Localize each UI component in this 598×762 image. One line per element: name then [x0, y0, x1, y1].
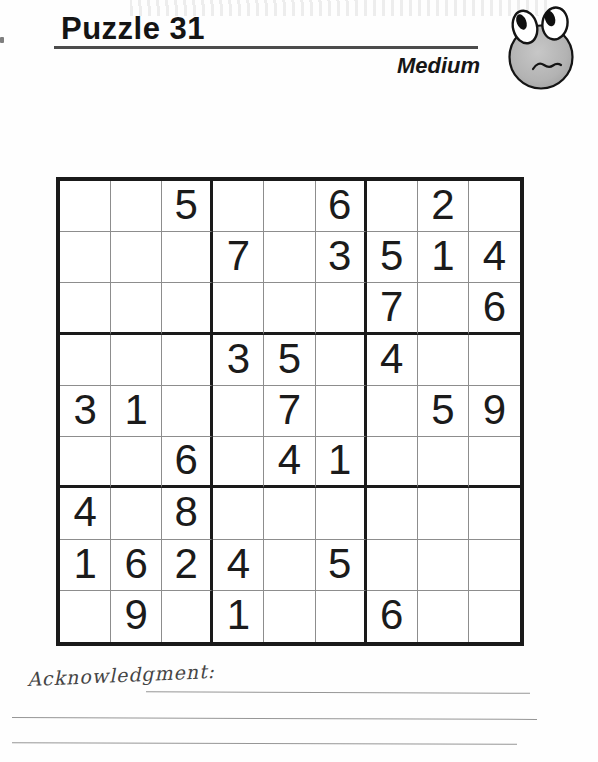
cell-r3c7: 7: [367, 283, 418, 334]
cell-r9c8: [418, 591, 469, 642]
given-digit: 1: [431, 235, 454, 277]
cell-r1c3: 5: [162, 181, 213, 232]
cell-r3c1: [60, 283, 111, 334]
given-digit: 5: [431, 389, 454, 431]
cell-r6c4: [213, 437, 264, 488]
cell-r9c7: 6: [367, 591, 418, 642]
cell-r5c3: [162, 386, 213, 437]
cell-r4c3: [162, 335, 213, 386]
cell-r5c8: 5: [418, 386, 469, 437]
cell-r4c1: [60, 335, 111, 386]
acknowledgment-label: Acknowledgment:: [27, 660, 216, 690]
cell-r7c2: [111, 488, 162, 539]
cell-r4c9: [469, 335, 520, 386]
given-digit: 6: [380, 594, 403, 636]
acknowledgment-fill-line: [146, 691, 530, 694]
cell-r5c4: [213, 386, 264, 437]
cell-r4c8: [418, 335, 469, 386]
page-title: Puzzle 31: [61, 11, 205, 47]
given-digit: 4: [278, 439, 301, 481]
cell-r3c5: [264, 283, 315, 334]
cell-r9c9: [469, 591, 520, 642]
cell-r8c4: 4: [213, 540, 264, 591]
given-digit: 2: [175, 543, 198, 585]
cell-r8c2: 6: [111, 540, 162, 591]
given-digit: 7: [278, 389, 301, 431]
cell-r4c5: 5: [264, 335, 315, 386]
given-digit: 7: [227, 235, 250, 277]
given-digit: 6: [483, 286, 506, 328]
cell-r7c8: [418, 488, 469, 539]
cell-r1c8: 2: [418, 181, 469, 232]
cell-r3c8: [418, 283, 469, 334]
difficulty-label: Medium: [330, 53, 480, 79]
given-digit: 3: [227, 338, 250, 380]
given-digit: 4: [73, 491, 96, 533]
given-digit: 1: [328, 439, 351, 481]
given-digit: 5: [175, 184, 198, 226]
cell-r1c1: [60, 181, 111, 232]
given-digit: 3: [73, 389, 96, 431]
cell-r3c3: [162, 283, 213, 334]
cell-r2c9: 4: [469, 232, 520, 283]
cell-r9c2: 9: [111, 591, 162, 642]
cell-r8c3: 2: [162, 540, 213, 591]
cell-r4c7: 4: [367, 335, 418, 386]
cell-r2c1: [60, 232, 111, 283]
cell-r2c5: [264, 232, 315, 283]
cell-r5c9: 9: [469, 386, 520, 437]
cell-r2c8: 1: [418, 232, 469, 283]
cell-r7c5: [264, 488, 315, 539]
cell-r8c9: [469, 540, 520, 591]
cell-r8c7: [367, 540, 418, 591]
scan-artifact-speck: [0, 37, 4, 43]
cell-r5c7: [367, 386, 418, 437]
cell-r4c4: 3: [213, 335, 264, 386]
given-digit: 5: [328, 543, 351, 585]
cell-r8c5: [264, 540, 315, 591]
given-digit: 9: [124, 594, 147, 636]
given-digit: 4: [227, 543, 250, 585]
cell-r7c6: [316, 488, 367, 539]
cell-r7c7: [367, 488, 418, 539]
given-digit: 9: [483, 389, 506, 431]
cell-r2c7: 5: [367, 232, 418, 283]
given-digit: 1: [73, 543, 96, 585]
cell-r6c8: [418, 437, 469, 488]
cell-r5c6: [316, 386, 367, 437]
given-digit: 2: [431, 184, 454, 226]
given-digit: 1: [124, 389, 147, 431]
cell-r8c8: [418, 540, 469, 591]
cell-r2c4: 7: [213, 232, 264, 283]
header-underline: [54, 46, 478, 49]
given-digit: 1: [227, 594, 250, 636]
cell-r5c2: 1: [111, 386, 162, 437]
cell-r9c4: 1: [213, 591, 264, 642]
cell-r8c1: 1: [60, 540, 111, 591]
cell-r4c2: [111, 335, 162, 386]
cell-r2c6: 3: [316, 232, 367, 283]
cell-r2c3: [162, 232, 213, 283]
cell-r2c2: [111, 232, 162, 283]
given-digit: 5: [278, 338, 301, 380]
given-digit: 4: [380, 338, 403, 380]
given-digit: 6: [124, 543, 147, 585]
cell-r7c9: [469, 488, 520, 539]
cell-r6c1: [60, 437, 111, 488]
given-digit: 8: [175, 491, 198, 533]
cell-r3c6: [316, 283, 367, 334]
cell-r9c1: [60, 591, 111, 642]
cell-r7c1: 4: [60, 488, 111, 539]
cell-r1c5: [264, 181, 315, 232]
cell-r6c5: 4: [264, 437, 315, 488]
cell-r6c7: [367, 437, 418, 488]
cell-r9c3: [162, 591, 213, 642]
cell-r3c2: [111, 283, 162, 334]
cell-r1c2: [111, 181, 162, 232]
cell-r7c3: 8: [162, 488, 213, 539]
sudoku-grid: 5627351476354317596414816245916: [56, 177, 524, 646]
given-digit: 7: [380, 286, 403, 328]
cell-r7c4: [213, 488, 264, 539]
ruled-line: [12, 717, 537, 720]
given-digit: 3: [328, 235, 351, 277]
cell-r6c3: 6: [162, 437, 213, 488]
cell-r5c1: 3: [60, 386, 111, 437]
cell-r1c4: [213, 181, 264, 232]
given-digit: 4: [483, 235, 506, 277]
cell-r8c6: 5: [316, 540, 367, 591]
ruled-line: [12, 742, 517, 745]
cell-r6c6: 1: [316, 437, 367, 488]
given-digit: 6: [328, 184, 351, 226]
worried-face-icon: [493, 2, 595, 98]
cell-r6c9: [469, 437, 520, 488]
cell-r1c7: [367, 181, 418, 232]
cell-r1c9: [469, 181, 520, 232]
cell-r3c9: 6: [469, 283, 520, 334]
cell-r9c6: [316, 591, 367, 642]
given-digit: 5: [380, 235, 403, 277]
cell-r3c4: [213, 283, 264, 334]
cell-r6c2: [111, 437, 162, 488]
cell-r1c6: 6: [316, 181, 367, 232]
cell-r4c6: [316, 335, 367, 386]
cell-r9c5: [264, 591, 315, 642]
given-digit: 6: [175, 439, 198, 481]
cell-r5c5: 7: [264, 386, 315, 437]
